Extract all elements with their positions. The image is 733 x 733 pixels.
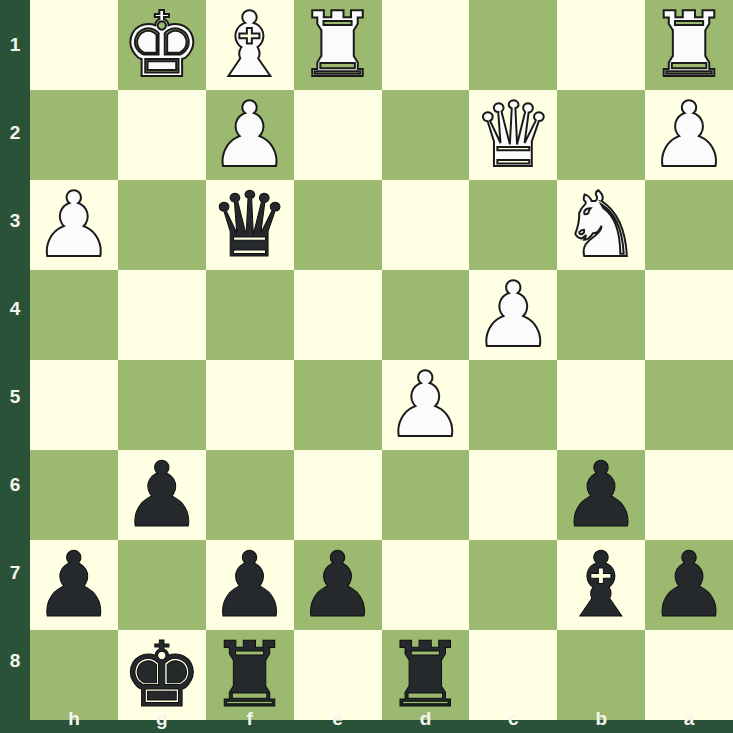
piece-black-queen[interactable]: ♛ [209,180,290,270]
piece-black-bishop[interactable]: ♝ [561,540,642,630]
rank-label-2: 2 [0,88,30,176]
piece-black-pawn[interactable]: ♟ [649,540,730,630]
square-c4[interactable]: ♟ [469,270,557,360]
square-h7[interactable]: ♟ [30,540,118,630]
square-c1[interactable] [469,0,557,90]
square-d3[interactable] [382,180,470,270]
square-h6[interactable] [30,450,118,540]
square-c3[interactable] [469,180,557,270]
square-f1[interactable]: ♝ [206,0,294,90]
square-g4[interactable] [118,270,206,360]
square-e1[interactable]: ♜ [294,0,382,90]
file-label-c: c [469,704,557,733]
piece-white-pawn[interactable]: ♟ [385,360,466,450]
file-label-h: h [30,704,118,733]
piece-white-pawn[interactable]: ♟ [34,180,115,270]
rank-label-6: 6 [0,440,30,528]
square-a1[interactable]: ♜ [645,0,733,90]
rank-label-1: 1 [0,0,30,88]
piece-white-bishop[interactable]: ♝ [209,0,290,90]
square-f3[interactable]: ♛ [206,180,294,270]
piece-black-pawn[interactable]: ♟ [121,450,202,540]
square-g5[interactable] [118,360,206,450]
square-b1[interactable] [557,0,645,90]
piece-white-rook[interactable]: ♜ [649,0,730,90]
square-b4[interactable] [557,270,645,360]
square-d4[interactable] [382,270,470,360]
square-c2[interactable]: ♛ [469,90,557,180]
square-d2[interactable] [382,90,470,180]
square-e6[interactable] [294,450,382,540]
file-label-e: e [294,704,382,733]
piece-white-pawn[interactable]: ♟ [649,90,730,180]
square-b6[interactable]: ♟ [557,450,645,540]
rank-label-4: 4 [0,264,30,352]
rank-label-5: 5 [0,352,30,440]
square-c6[interactable] [469,450,557,540]
square-a7[interactable]: ♟ [645,540,733,630]
square-f4[interactable] [206,270,294,360]
square-a6[interactable] [645,450,733,540]
square-f6[interactable] [206,450,294,540]
rank-label-3: 3 [0,176,30,264]
square-g3[interactable] [118,180,206,270]
file-label-b: b [557,704,645,733]
square-c7[interactable] [469,540,557,630]
square-b3[interactable]: ♞ [557,180,645,270]
square-d6[interactable] [382,450,470,540]
square-h1[interactable] [30,0,118,90]
file-label-d: d [382,704,470,733]
square-f5[interactable] [206,360,294,450]
chess-board: ♚♝♜♜♟♛♟♟♛♞♟♟♟♟♟♟♟♝♟♚♜♜ [30,0,733,704]
square-e5[interactable] [294,360,382,450]
piece-white-king[interactable]: ♚ [121,0,202,90]
square-h4[interactable] [30,270,118,360]
piece-white-knight[interactable]: ♞ [561,180,642,270]
piece-black-pawn[interactable]: ♟ [297,540,378,630]
square-a3[interactable] [645,180,733,270]
square-d1[interactable] [382,0,470,90]
piece-white-queen[interactable]: ♛ [473,90,554,180]
square-h5[interactable] [30,360,118,450]
square-d5[interactable]: ♟ [382,360,470,450]
rank-labels: 12345678 [0,0,30,704]
piece-white-rook[interactable]: ♜ [297,0,378,90]
square-e7[interactable]: ♟ [294,540,382,630]
square-b2[interactable] [557,90,645,180]
square-e3[interactable] [294,180,382,270]
square-a2[interactable]: ♟ [645,90,733,180]
square-g6[interactable]: ♟ [118,450,206,540]
file-labels: hgfedcba [30,704,733,733]
square-h3[interactable]: ♟ [30,180,118,270]
piece-black-pawn[interactable]: ♟ [209,540,290,630]
rank-label-7: 7 [0,528,30,616]
piece-black-pawn[interactable]: ♟ [561,450,642,540]
square-h2[interactable] [30,90,118,180]
square-c5[interactable] [469,360,557,450]
square-b5[interactable] [557,360,645,450]
square-a4[interactable] [645,270,733,360]
square-e4[interactable] [294,270,382,360]
square-a5[interactable] [645,360,733,450]
square-b7[interactable]: ♝ [557,540,645,630]
square-e2[interactable] [294,90,382,180]
square-d7[interactable] [382,540,470,630]
square-f7[interactable]: ♟ [206,540,294,630]
file-label-g: g [118,704,206,733]
file-label-a: a [645,704,733,733]
square-g1[interactable]: ♚ [118,0,206,90]
rank-label-8: 8 [0,616,30,704]
square-g2[interactable] [118,90,206,180]
square-g7[interactable] [118,540,206,630]
piece-black-pawn[interactable]: ♟ [34,540,115,630]
chess-board-frame: 12345678 ♚♝♜♜♟♛♟♟♛♞♟♟♟♟♟♟♟♝♟♚♜♜ hgfedcba [0,0,733,733]
file-label-f: f [206,704,294,733]
square-f2[interactable]: ♟ [206,90,294,180]
piece-white-pawn[interactable]: ♟ [473,270,554,360]
piece-white-pawn[interactable]: ♟ [209,90,290,180]
